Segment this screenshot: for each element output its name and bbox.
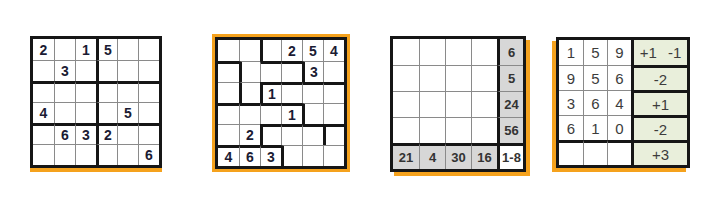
g2-cell-r3c1[interactable] <box>218 82 239 103</box>
g1-cell-r1c6[interactable] <box>138 39 159 60</box>
g3-cell-r3c5: 24 <box>497 91 523 117</box>
g4-cell-r3c2: 6 <box>583 90 607 115</box>
g2-cell-r3c4[interactable] <box>281 82 302 103</box>
g2-cell-r1c4: 2 <box>281 40 302 61</box>
g1-cell-r6c4[interactable] <box>96 144 117 165</box>
puzzle-page: 2153456326 2543112463 65245621430161-8 1… <box>0 0 725 212</box>
g2-cell-r5c3[interactable] <box>260 124 281 145</box>
g1-cell-r5c5[interactable] <box>117 123 138 144</box>
g4-cell-r3c3: 4 <box>607 90 631 115</box>
g2-cell-r1c1[interactable] <box>218 40 239 61</box>
g2-cell-r1c6: 4 <box>323 40 344 61</box>
g2-cell-r3c5[interactable] <box>302 82 323 103</box>
g4-cell-r2c3: 6 <box>607 65 631 90</box>
g1-cell-r1c1: 2 <box>33 39 54 60</box>
irregular-sudoku-board: 2543112463 <box>215 37 347 169</box>
g3-cell-r2c2[interactable] <box>419 65 445 91</box>
g3-cell-r5c4: 16 <box>471 143 497 169</box>
g2-cell-r5c4[interactable] <box>281 124 302 145</box>
g2-cell-r4c2[interactable] <box>239 103 260 124</box>
g3-cell-r1c5: 6 <box>497 39 523 65</box>
g4-cell-r1c3: 9 <box>607 40 631 65</box>
g3-cell-r4c4[interactable] <box>471 117 497 143</box>
g4-cell-r3c4: +1 <box>631 90 687 115</box>
g1-cell-r3c1[interactable] <box>33 81 54 102</box>
g3-cell-r5c1: 21 <box>393 143 419 169</box>
g1-cell-r3c3[interactable] <box>75 81 96 102</box>
g2-cell-r1c5: 5 <box>302 40 323 61</box>
g3-cell-r4c2[interactable] <box>419 117 445 143</box>
g1-cell-r6c6: 6 <box>138 144 159 165</box>
g3-cell-r5c5: 1-8 <box>497 143 523 169</box>
g2-cell-r5c6[interactable] <box>323 124 344 145</box>
g3-cell-r2c4[interactable] <box>471 65 497 91</box>
product-grid-board: 65245621430161-8 <box>390 36 526 172</box>
g3-cell-r3c2[interactable] <box>419 91 445 117</box>
g4-cell-r1c2: 5 <box>583 40 607 65</box>
g2-cell-r2c5: 3 <box>302 61 323 82</box>
g3-cell-r2c1[interactable] <box>393 65 419 91</box>
g1-cell-r3c5[interactable] <box>117 81 138 102</box>
g2-cell-r1c3[interactable] <box>260 40 281 61</box>
g1-cell-r4c2[interactable] <box>54 102 75 123</box>
g4-cell-r5c3[interactable] <box>607 140 631 165</box>
g1-cell-r5c3: 3 <box>75 123 96 144</box>
g1-cell-r5c1[interactable] <box>33 123 54 144</box>
g1-cell-r3c6[interactable] <box>138 81 159 102</box>
g1-cell-r2c5[interactable] <box>117 60 138 81</box>
g2-cell-r6c4[interactable] <box>281 145 302 166</box>
g3-cell-r4c3[interactable] <box>445 117 471 143</box>
g1-cell-r2c4[interactable] <box>96 60 117 81</box>
g4-cell-r4c2: 1 <box>583 115 607 140</box>
g1-cell-r6c2[interactable] <box>54 144 75 165</box>
g4-cell-r2c2: 5 <box>583 65 607 90</box>
g2-cell-r6c2: 6 <box>239 145 260 166</box>
g4-cell-r4c4: -2 <box>631 115 687 140</box>
g2-cell-r6c5[interactable] <box>302 145 323 166</box>
g3-cell-r1c1[interactable] <box>393 39 419 65</box>
g1-cell-r5c6[interactable] <box>138 123 159 144</box>
g1-cell-r6c5[interactable] <box>117 144 138 165</box>
g2-cell-r2c1[interactable] <box>218 61 239 82</box>
g2-cell-r3c6[interactable] <box>323 82 344 103</box>
g2-cell-r6c1: 4 <box>218 145 239 166</box>
g1-cell-r4c1: 4 <box>33 102 54 123</box>
g4-cell-r3c1: 3 <box>559 90 583 115</box>
g1-cell-r4c6[interactable] <box>138 102 159 123</box>
g4-cell-r1c4: +1 -1 <box>631 40 687 65</box>
g4-cell-r4c3: 0 <box>607 115 631 140</box>
g2-cell-r4c6[interactable] <box>323 103 344 124</box>
g3-cell-r3c1[interactable] <box>393 91 419 117</box>
g2-cell-r5c2: 2 <box>239 124 260 145</box>
g4-cell-r5c1[interactable] <box>559 140 583 165</box>
g2-cell-r2c3[interactable] <box>260 61 281 82</box>
g3-cell-r3c3[interactable] <box>445 91 471 117</box>
g1-cell-r4c5: 5 <box>117 102 138 123</box>
g2-cell-r5c5[interactable] <box>302 124 323 145</box>
g3-cell-r3c4[interactable] <box>471 91 497 117</box>
g2-cell-r6c6[interactable] <box>323 145 344 166</box>
g1-cell-r2c1[interactable] <box>33 60 54 81</box>
g2-cell-r4c1[interactable] <box>218 103 239 124</box>
g2-cell-r3c3: 1 <box>260 82 281 103</box>
g3-cell-r4c5: 56 <box>497 117 523 143</box>
g1-cell-r4c3[interactable] <box>75 102 96 123</box>
g2-cell-r1c2[interactable] <box>239 40 260 61</box>
arithmetic-grid-board: 159+1 -1956-2364+1610-2+3 <box>556 37 690 168</box>
g1-cell-r1c4: 5 <box>96 39 117 60</box>
g3-cell-r5c3: 30 <box>445 143 471 169</box>
g3-cell-r2c3[interactable] <box>445 65 471 91</box>
g2-cell-r6c3: 3 <box>260 145 281 166</box>
g1-cell-r6c3[interactable] <box>75 144 96 165</box>
g3-cell-r1c3[interactable] <box>445 39 471 65</box>
g2-cell-r4c3[interactable] <box>260 103 281 124</box>
g1-cell-r5c2: 6 <box>54 123 75 144</box>
g2-cell-r4c4: 1 <box>281 103 302 124</box>
g1-cell-r2c3[interactable] <box>75 60 96 81</box>
g4-cell-r2c4: -2 <box>631 65 687 90</box>
g1-cell-r2c6[interactable] <box>138 60 159 81</box>
g2-cell-r2c6[interactable] <box>323 61 344 82</box>
g2-cell-r4c5[interactable] <box>302 103 323 124</box>
g1-cell-r2c2: 3 <box>54 60 75 81</box>
g2-cell-r2c2[interactable] <box>239 61 260 82</box>
g4-cell-r5c4: +3 <box>631 140 687 165</box>
g1-cell-r6c1[interactable] <box>33 144 54 165</box>
g4-cell-r1c1: 1 <box>559 40 583 65</box>
g3-cell-r4c1[interactable] <box>393 117 419 143</box>
g3-cell-r2c5: 5 <box>497 65 523 91</box>
g2-cell-r5c1[interactable] <box>218 124 239 145</box>
g1-cell-r1c2[interactable] <box>54 39 75 60</box>
g1-cell-r1c5[interactable] <box>117 39 138 60</box>
g1-cell-r4c4[interactable] <box>96 102 117 123</box>
g1-cell-r5c4: 2 <box>96 123 117 144</box>
g3-cell-r1c2[interactable] <box>419 39 445 65</box>
classic-sudoku-board: 2153456326 <box>30 36 162 168</box>
g2-cell-r3c2[interactable] <box>239 82 260 103</box>
g4-cell-r4c1: 6 <box>559 115 583 140</box>
g1-cell-r3c4[interactable] <box>96 81 117 102</box>
g4-cell-r2c1: 9 <box>559 65 583 90</box>
g1-cell-r1c3: 1 <box>75 39 96 60</box>
g2-cell-r2c4[interactable] <box>281 61 302 82</box>
g3-cell-r5c2: 4 <box>419 143 445 169</box>
g4-cell-r5c2[interactable] <box>583 140 607 165</box>
g3-cell-r1c4[interactable] <box>471 39 497 65</box>
g1-cell-r3c2[interactable] <box>54 81 75 102</box>
